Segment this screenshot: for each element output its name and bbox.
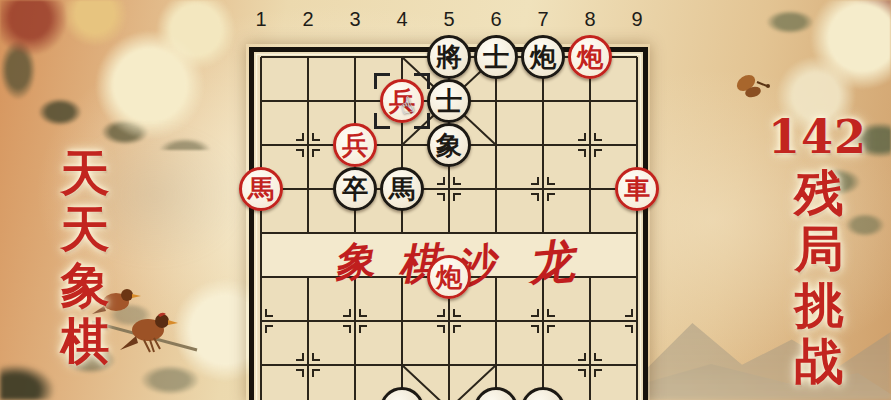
column-label-4: 4 <box>396 8 407 31</box>
column-label-9: 9 <box>631 8 642 31</box>
piece-black-卒-file3[interactable]: 卒 <box>333 167 377 211</box>
left-title-char: 象 <box>61 258 110 314</box>
piece-black-炮-file7[interactable]: 炮 <box>521 35 565 79</box>
column-label-3: 3 <box>349 8 360 31</box>
piece-black-象-file5[interactable]: 象 <box>427 123 471 167</box>
column-label-8: 8 <box>584 8 595 31</box>
column-label-5: 5 <box>443 8 454 31</box>
right-title-char: 战 <box>795 334 844 390</box>
piece-black-士-file5[interactable]: 士 <box>427 79 471 123</box>
left-title-char: 天 <box>61 202 110 258</box>
left-title-char: 天 <box>61 146 110 202</box>
challenge-number: 142 <box>768 110 864 164</box>
left-title-char: 棋 <box>61 314 110 370</box>
xiangqi-app-screen: 123456789 象棋沙龙 將士炮炮兵☝士兵象馬卒馬車炮 天天象棋 142 残… <box>0 0 891 400</box>
piece-red-車-file9[interactable]: 車 <box>615 167 659 211</box>
piece-red-炮-file8[interactable]: 炮 <box>568 35 612 79</box>
right-title-char: 挑 <box>795 278 844 334</box>
left-title-tiantian-xiangqi: 天天象棋 <box>53 146 117 370</box>
column-label-2: 2 <box>302 8 313 31</box>
piece-red-馬-file1[interactable]: 馬 <box>239 167 283 211</box>
river-text-char: 象 <box>332 232 377 290</box>
column-label-1: 1 <box>255 8 266 31</box>
piece-black-將-file5[interactable]: 將 <box>427 35 471 79</box>
right-title-endgame-challenge: 残局挑战 <box>787 166 851 390</box>
piece-red-炮-file5[interactable]: 炮 <box>427 255 471 299</box>
column-label-6: 6 <box>490 8 501 31</box>
right-title-char: 局 <box>795 222 844 278</box>
piece-red-兵-file3[interactable]: 兵 <box>333 123 377 167</box>
piece-black-士-file6[interactable]: 士 <box>474 35 518 79</box>
column-label-7: 7 <box>537 8 548 31</box>
right-title-char: 残 <box>795 166 844 222</box>
piece-black-馬-file4[interactable]: 馬 <box>380 167 424 211</box>
river-text-char: 龙 <box>525 230 576 296</box>
